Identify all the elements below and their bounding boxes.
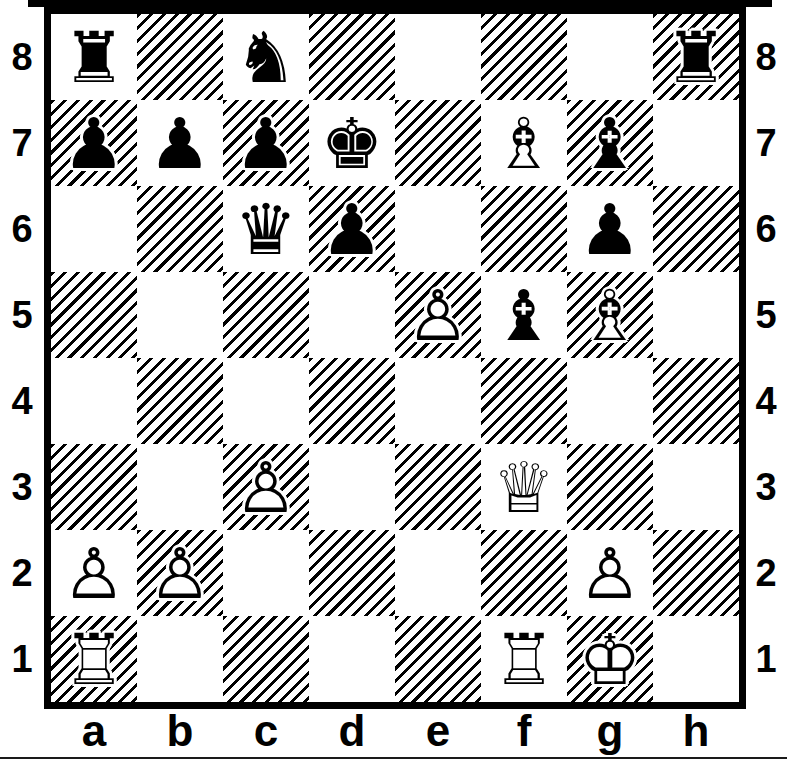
piece-glyph: ♖ <box>481 616 567 702</box>
piece-glyph: ♚ <box>309 100 395 186</box>
square-c4 <box>223 358 309 444</box>
square-d4 <box>309 358 395 444</box>
square-c8: ♞♞ <box>223 14 309 100</box>
piece-black-bishop-f5: ♝♝ <box>481 272 567 358</box>
top-rule <box>28 0 772 7</box>
square-f1: ♜♖ <box>481 616 567 702</box>
rank-label-left-7: 7 <box>2 100 42 186</box>
file-label-c: c <box>223 706 309 756</box>
piece-glyph: ♜ <box>51 14 137 100</box>
piece-glyph: ♙ <box>137 530 223 616</box>
piece-glyph: ♟ <box>567 186 653 272</box>
file-labels: abcdefgh <box>51 706 739 756</box>
piece-glyph: ♟ <box>137 100 223 186</box>
rank-label-right-4: 4 <box>746 358 786 444</box>
square-g7: ♝♝ <box>567 100 653 186</box>
square-g6: ♟♟ <box>567 186 653 272</box>
piece-black-king-d7: ♚♚ <box>309 100 395 186</box>
file-label-d: d <box>309 706 395 756</box>
square-a6 <box>51 186 137 272</box>
piece-glyph: ♛ <box>223 186 309 272</box>
square-b4 <box>137 358 223 444</box>
square-c7: ♟♟ <box>223 100 309 186</box>
piece-white-pawn-g2: ♟♙ <box>567 530 653 616</box>
piece-glyph: ♖ <box>51 616 137 702</box>
square-e7 <box>395 100 481 186</box>
square-f4 <box>481 358 567 444</box>
piece-glyph: ♞ <box>223 14 309 100</box>
square-f2 <box>481 530 567 616</box>
square-h8: ♜♜ <box>653 14 739 100</box>
piece-white-pawn-b2: ♟♙ <box>137 530 223 616</box>
square-c1 <box>223 616 309 702</box>
square-a5 <box>51 272 137 358</box>
piece-glyph: ♗ <box>567 272 653 358</box>
square-d3 <box>309 444 395 530</box>
square-d6: ♟♟ <box>309 186 395 272</box>
rank-label-left-6: 6 <box>2 186 42 272</box>
rank-label-left-5: 5 <box>2 272 42 358</box>
rank-label-right-1: 1 <box>746 616 786 702</box>
square-d5 <box>309 272 395 358</box>
square-b8 <box>137 14 223 100</box>
square-d1 <box>309 616 395 702</box>
piece-glyph: ♝ <box>567 100 653 186</box>
square-g2: ♟♙ <box>567 530 653 616</box>
square-h2 <box>653 530 739 616</box>
piece-glyph: ♙ <box>567 530 653 616</box>
rank-label-right-3: 3 <box>746 444 786 530</box>
square-a1: ♜♖ <box>51 616 137 702</box>
square-f5: ♝♝ <box>481 272 567 358</box>
rank-label-left-3: 3 <box>2 444 42 530</box>
chess-diagram-page: 87654321 ♜♜♞♞♜♜♟♟♟♟♟♟♚♚♝♗♝♝♛♛♟♟♟♟♟♙♝♝♝♗♟… <box>0 0 787 761</box>
square-f8 <box>481 14 567 100</box>
piece-glyph: ♙ <box>395 272 481 358</box>
square-h3 <box>653 444 739 530</box>
piece-white-pawn-a2: ♟♙ <box>51 530 137 616</box>
piece-black-pawn-c7: ♟♟ <box>223 100 309 186</box>
square-a2: ♟♙ <box>51 530 137 616</box>
bottom-rule <box>0 757 787 759</box>
square-d7: ♚♚ <box>309 100 395 186</box>
square-b2: ♟♙ <box>137 530 223 616</box>
piece-glyph: ♙ <box>51 530 137 616</box>
square-g4 <box>567 358 653 444</box>
piece-white-rook-a1: ♜♖ <box>51 616 137 702</box>
rank-label-right-8: 8 <box>746 14 786 100</box>
rank-label-right-5: 5 <box>746 272 786 358</box>
piece-black-queen-c6: ♛♛ <box>223 186 309 272</box>
piece-glyph: ♔ <box>567 616 653 702</box>
piece-glyph: ♜ <box>653 14 739 100</box>
square-g3 <box>567 444 653 530</box>
square-e5: ♟♙ <box>395 272 481 358</box>
piece-glyph: ♗ <box>481 100 567 186</box>
piece-black-rook-a8: ♜♜ <box>51 14 137 100</box>
square-h1 <box>653 616 739 702</box>
rank-label-right-7: 7 <box>746 100 786 186</box>
piece-glyph: ♕ <box>481 444 567 530</box>
square-a3 <box>51 444 137 530</box>
square-c6: ♛♛ <box>223 186 309 272</box>
square-c3: ♟♙ <box>223 444 309 530</box>
piece-black-knight-c8: ♞♞ <box>223 14 309 100</box>
square-e8 <box>395 14 481 100</box>
square-e1 <box>395 616 481 702</box>
square-d2 <box>309 530 395 616</box>
piece-black-pawn-a7: ♟♟ <box>51 100 137 186</box>
square-a7: ♟♟ <box>51 100 137 186</box>
square-c2 <box>223 530 309 616</box>
square-f6 <box>481 186 567 272</box>
square-h7 <box>653 100 739 186</box>
piece-glyph: ♟ <box>223 100 309 186</box>
rank-label-left-8: 8 <box>2 14 42 100</box>
square-f3: ♛♕ <box>481 444 567 530</box>
square-a4 <box>51 358 137 444</box>
file-label-b: b <box>137 706 223 756</box>
square-e4 <box>395 358 481 444</box>
square-b1 <box>137 616 223 702</box>
rank-label-left-4: 4 <box>2 358 42 444</box>
square-e3 <box>395 444 481 530</box>
rank-label-right-6: 6 <box>746 186 786 272</box>
file-label-h: h <box>653 706 739 756</box>
square-h4 <box>653 358 739 444</box>
piece-black-pawn-b7: ♟♟ <box>137 100 223 186</box>
square-f7: ♝♗ <box>481 100 567 186</box>
square-e6 <box>395 186 481 272</box>
piece-black-bishop-g7: ♝♝ <box>567 100 653 186</box>
rank-labels-right: 87654321 <box>746 14 786 702</box>
piece-white-rook-f1: ♜♖ <box>481 616 567 702</box>
square-h5 <box>653 272 739 358</box>
square-e2 <box>395 530 481 616</box>
piece-white-king-g1: ♚♔ <box>567 616 653 702</box>
square-a8: ♜♜ <box>51 14 137 100</box>
square-b6 <box>137 186 223 272</box>
piece-white-queen-f3: ♛♕ <box>481 444 567 530</box>
rank-label-left-1: 1 <box>2 616 42 702</box>
square-d8 <box>309 14 395 100</box>
piece-glyph: ♟ <box>309 186 395 272</box>
file-label-e: e <box>395 706 481 756</box>
piece-glyph: ♙ <box>223 444 309 530</box>
square-b3 <box>137 444 223 530</box>
file-label-a: a <box>51 706 137 756</box>
square-b5 <box>137 272 223 358</box>
file-label-f: f <box>481 706 567 756</box>
piece-white-bishop-f7: ♝♗ <box>481 100 567 186</box>
piece-black-rook-h8: ♜♜ <box>653 14 739 100</box>
rank-label-left-2: 2 <box>2 530 42 616</box>
piece-black-pawn-g6: ♟♟ <box>567 186 653 272</box>
piece-glyph: ♟ <box>51 100 137 186</box>
piece-white-bishop-g5: ♝♗ <box>567 272 653 358</box>
square-h6 <box>653 186 739 272</box>
chess-board: ♜♜♞♞♜♜♟♟♟♟♟♟♚♚♝♗♝♝♛♛♟♟♟♟♟♙♝♝♝♗♟♙♛♕♟♙♟♙♟♙… <box>44 7 746 709</box>
rank-labels-left: 87654321 <box>2 14 42 702</box>
square-g5: ♝♗ <box>567 272 653 358</box>
square-b7: ♟♟ <box>137 100 223 186</box>
square-c5 <box>223 272 309 358</box>
rank-label-right-2: 2 <box>746 530 786 616</box>
square-g1: ♚♔ <box>567 616 653 702</box>
piece-white-pawn-e5: ♟♙ <box>395 272 481 358</box>
piece-glyph: ♝ <box>481 272 567 358</box>
piece-white-pawn-c3: ♟♙ <box>223 444 309 530</box>
file-label-g: g <box>567 706 653 756</box>
piece-black-pawn-d6: ♟♟ <box>309 186 395 272</box>
square-g8 <box>567 14 653 100</box>
